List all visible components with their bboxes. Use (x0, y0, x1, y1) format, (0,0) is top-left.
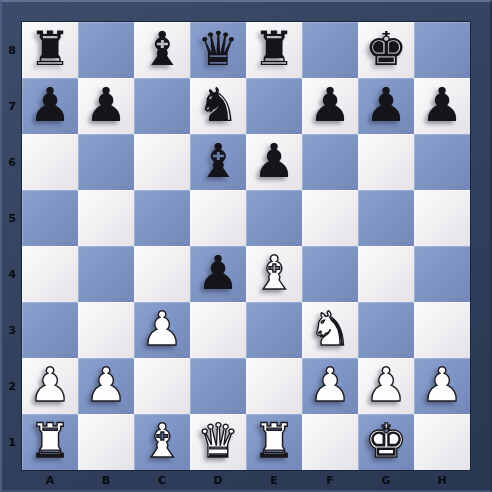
square-h6[interactable] (414, 134, 470, 190)
piece-white-bishop[interactable]: ♝ (141, 417, 183, 464)
square-h4[interactable] (414, 246, 470, 302)
piece-black-pawn[interactable]: ♟ (421, 81, 463, 128)
piece-black-rook[interactable]: ♜ (253, 25, 295, 72)
square-d3[interactable] (190, 302, 246, 358)
piece-white-king[interactable]: ♚ (365, 417, 407, 464)
square-d5[interactable] (190, 190, 246, 246)
file-label-d: D (190, 470, 246, 490)
square-a2[interactable]: ♟ (22, 358, 78, 414)
piece-black-king[interactable]: ♚ (365, 25, 407, 72)
piece-black-queen[interactable]: ♛ (197, 25, 239, 72)
square-g1[interactable]: ♚ (358, 414, 414, 470)
square-d8[interactable]: ♛ (190, 22, 246, 78)
rank-labels: 87654321 (2, 22, 22, 470)
file-label-b: B (78, 470, 134, 490)
square-h2[interactable]: ♟ (414, 358, 470, 414)
square-f5[interactable] (302, 190, 358, 246)
square-b5[interactable] (78, 190, 134, 246)
square-c8[interactable]: ♝ (134, 22, 190, 78)
square-f8[interactable] (302, 22, 358, 78)
piece-white-rook[interactable]: ♜ (29, 417, 71, 464)
piece-white-pawn[interactable]: ♟ (365, 361, 407, 408)
square-h3[interactable] (414, 302, 470, 358)
square-c3[interactable]: ♟ (134, 302, 190, 358)
square-g6[interactable] (358, 134, 414, 190)
square-f1[interactable] (302, 414, 358, 470)
square-b1[interactable] (78, 414, 134, 470)
file-labels: ABCDEFGH (22, 470, 470, 490)
square-b8[interactable] (78, 22, 134, 78)
file-label-a: A (22, 470, 78, 490)
piece-black-bishop[interactable]: ♝ (197, 137, 239, 184)
piece-black-bishop[interactable]: ♝ (141, 25, 183, 72)
file-label-c: C (134, 470, 190, 490)
rank-label-8: 8 (2, 22, 22, 78)
piece-white-bishop[interactable]: ♝ (253, 249, 295, 296)
piece-black-pawn[interactable]: ♟ (365, 81, 407, 128)
square-h7[interactable]: ♟ (414, 78, 470, 134)
piece-black-rook[interactable]: ♜ (29, 25, 71, 72)
square-g3[interactable] (358, 302, 414, 358)
chess-board-frame: 87654321 ♜♝♛♜♚♟♟♞♟♟♟♝♟♟♝♟♞♟♟♟♟♟♜♝♛♜♚ ABC… (0, 0, 492, 492)
square-e1[interactable]: ♜ (246, 414, 302, 470)
square-f4[interactable] (302, 246, 358, 302)
rank-label-2: 2 (2, 358, 22, 414)
piece-black-knight[interactable]: ♞ (197, 81, 239, 128)
square-e8[interactable]: ♜ (246, 22, 302, 78)
rank-label-6: 6 (2, 134, 22, 190)
square-f2[interactable]: ♟ (302, 358, 358, 414)
rank-label-7: 7 (2, 78, 22, 134)
rank-label-1: 1 (2, 414, 22, 470)
board: ♜♝♛♜♚♟♟♞♟♟♟♝♟♟♝♟♞♟♟♟♟♟♜♝♛♜♚ (22, 22, 470, 470)
square-f3[interactable]: ♞ (302, 302, 358, 358)
square-g2[interactable]: ♟ (358, 358, 414, 414)
file-label-g: G (358, 470, 414, 490)
square-d6[interactable]: ♝ (190, 134, 246, 190)
square-c1[interactable]: ♝ (134, 414, 190, 470)
square-a7[interactable]: ♟ (22, 78, 78, 134)
square-a1[interactable]: ♜ (22, 414, 78, 470)
piece-white-pawn[interactable]: ♟ (29, 361, 71, 408)
piece-white-pawn[interactable]: ♟ (141, 305, 183, 352)
square-f7[interactable]: ♟ (302, 78, 358, 134)
square-e5[interactable] (246, 190, 302, 246)
square-h8[interactable] (414, 22, 470, 78)
piece-white-knight[interactable]: ♞ (309, 305, 351, 352)
square-g8[interactable]: ♚ (358, 22, 414, 78)
rank-label-5: 5 (2, 190, 22, 246)
square-h5[interactable] (414, 190, 470, 246)
square-d1[interactable]: ♛ (190, 414, 246, 470)
file-label-f: F (302, 470, 358, 490)
square-c2[interactable] (134, 358, 190, 414)
piece-white-rook[interactable]: ♜ (253, 417, 295, 464)
square-f6[interactable] (302, 134, 358, 190)
square-c4[interactable] (134, 246, 190, 302)
square-e3[interactable] (246, 302, 302, 358)
square-c5[interactable] (134, 190, 190, 246)
piece-black-pawn[interactable]: ♟ (309, 81, 351, 128)
square-d4[interactable]: ♟ (190, 246, 246, 302)
square-e6[interactable]: ♟ (246, 134, 302, 190)
square-e2[interactable] (246, 358, 302, 414)
rank-label-4: 4 (2, 246, 22, 302)
square-b4[interactable] (78, 246, 134, 302)
square-a8[interactable]: ♜ (22, 22, 78, 78)
rank-label-3: 3 (2, 302, 22, 358)
piece-white-pawn[interactable]: ♟ (85, 361, 127, 408)
piece-black-pawn[interactable]: ♟ (253, 137, 295, 184)
piece-black-pawn[interactable]: ♟ (197, 249, 239, 296)
piece-white-queen[interactable]: ♛ (197, 417, 239, 464)
piece-black-pawn[interactable]: ♟ (85, 81, 127, 128)
square-e7[interactable] (246, 78, 302, 134)
file-label-h: H (414, 470, 470, 490)
piece-white-pawn[interactable]: ♟ (309, 361, 351, 408)
square-d2[interactable] (190, 358, 246, 414)
square-g4[interactable] (358, 246, 414, 302)
square-b6[interactable] (78, 134, 134, 190)
square-a3[interactable] (22, 302, 78, 358)
square-e4[interactable]: ♝ (246, 246, 302, 302)
square-b7[interactable]: ♟ (78, 78, 134, 134)
square-d7[interactable]: ♞ (190, 78, 246, 134)
square-b3[interactable] (78, 302, 134, 358)
piece-black-pawn[interactable]: ♟ (29, 81, 71, 128)
square-g7[interactable]: ♟ (358, 78, 414, 134)
square-a6[interactable] (22, 134, 78, 190)
square-c6[interactable] (134, 134, 190, 190)
square-b2[interactable]: ♟ (78, 358, 134, 414)
file-label-e: E (246, 470, 302, 490)
square-h1[interactable] (414, 414, 470, 470)
piece-white-pawn[interactable]: ♟ (421, 361, 463, 408)
square-c7[interactable] (134, 78, 190, 134)
square-a5[interactable] (22, 190, 78, 246)
square-a4[interactable] (22, 246, 78, 302)
square-g5[interactable] (358, 190, 414, 246)
